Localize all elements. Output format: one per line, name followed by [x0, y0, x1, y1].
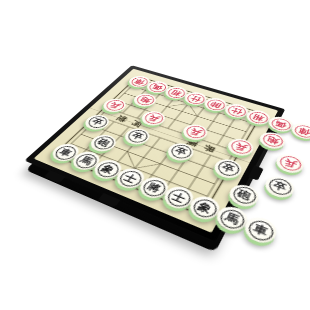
- board-cell: [107, 139, 142, 162]
- piece-glyph: 車: [51, 143, 80, 161]
- board-cell[interactable]: 馬: [68, 149, 104, 173]
- board-cell: [198, 189, 226, 203]
- piece-glyph: 士: [116, 168, 145, 189]
- board-surface: 楚河 漢界 俥傌相仕帥仕相傌俥炮炮兵兵兵兵兵卒卒卒卒卒砲砲車馬象士將士象馬車: [34, 69, 279, 233]
- board-cell: [173, 180, 200, 193]
- board-cell[interactable]: 士: [112, 165, 149, 191]
- piece-bA[interactable]: 士: [112, 165, 149, 191]
- product-photo-scene: 楚河 漢界 俥傌相仕帥仕相傌俥炮炮兵兵兵兵兵卒卒卒卒卒砲砲車馬象士將士象馬車: [0, 0, 310, 310]
- piece-bE[interactable]: 象: [89, 157, 126, 182]
- piece-bA[interactable]: 士: [160, 183, 198, 212]
- board-cell[interactable]: 兵: [224, 136, 256, 159]
- board-cell[interactable]: 士: [160, 183, 198, 212]
- board-cell: [200, 172, 236, 199]
- board-cell: [187, 148, 221, 172]
- xiangqi-board: 楚河 漢界 俥傌相仕帥仕相傌俥炮炮兵兵兵兵兵卒卒卒卒卒砲砲車馬象士將士象馬車: [24, 65, 285, 241]
- board-cell[interactable]: 車: [48, 141, 84, 164]
- piece-glyph: 卒: [167, 142, 194, 160]
- board-cell: [142, 133, 176, 155]
- piece-bP[interactable]: 卒: [211, 156, 245, 181]
- board-cell: [221, 153, 247, 164]
- board-cell[interactable]: 卒: [164, 140, 198, 163]
- river-label-han-jie: 漢界: [184, 137, 216, 155]
- board-cell[interactable]: 將: [135, 174, 173, 202]
- board-cell: [104, 154, 128, 165]
- piece-glyph: 卒: [124, 128, 150, 145]
- piece-glyph: 卒: [214, 158, 241, 178]
- board-cell[interactable]: 象: [89, 157, 126, 182]
- piece-glyph: 士: [164, 186, 194, 209]
- piece-glyph: 象: [190, 196, 220, 220]
- board-cell[interactable]: 砲: [86, 132, 120, 154]
- piece-glyph: 車: [245, 217, 276, 244]
- piece-bC[interactable]: 砲: [86, 132, 120, 154]
- piece-glyph: 象: [93, 159, 122, 179]
- piece-bE[interactable]: 象: [185, 193, 223, 223]
- board-cell: [84, 146, 108, 157]
- board-cell: [175, 163, 211, 189]
- board-cell: [177, 135, 201, 145]
- board-grid: 俥傌相仕帥仕相傌俥炮炮兵兵兵兵兵卒卒卒卒卒砲砲車馬象士將士象馬車: [48, 74, 268, 220]
- piece-rP[interactable]: 兵: [224, 136, 256, 159]
- board-cell: [200, 142, 225, 153]
- piece-bH[interactable]: 馬: [68, 149, 104, 173]
- piece-glyph: 馬: [72, 151, 101, 170]
- piece-bR[interactable]: 車: [48, 141, 84, 164]
- board-cell: [198, 145, 223, 156]
- board-cell: [149, 171, 175, 183]
- piece-glyph: 炮: [260, 132, 285, 149]
- piece-glyph: 將: [139, 177, 169, 199]
- board-cell: [175, 138, 199, 148]
- piece-bK[interactable]: 將: [135, 174, 173, 202]
- board-cell: [151, 155, 186, 180]
- board-cell: [64, 138, 87, 148]
- board-cell: [223, 150, 249, 161]
- board-cell: [129, 147, 164, 171]
- piece-glyph: 兵: [183, 124, 208, 140]
- piece-glyph: 砲: [90, 134, 117, 151]
- piece-glyph: 兵: [228, 138, 254, 156]
- board-cell: [126, 162, 151, 174]
- board-cell[interactable]: 卒: [211, 156, 245, 181]
- playing-area: 楚河 漢界 俥傌相仕帥仕相傌俥炮炮兵兵兵兵兵卒卒卒卒卒砲砲車馬象士將士象馬車: [48, 74, 268, 220]
- piece-bP[interactable]: 卒: [164, 140, 198, 163]
- board-cell[interactable]: 象: [185, 193, 223, 223]
